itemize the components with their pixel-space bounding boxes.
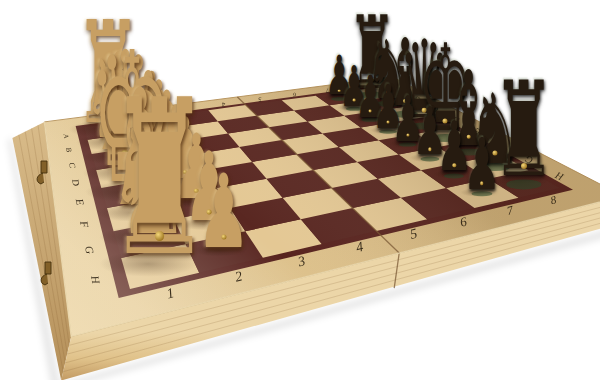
- chess-board: 1122334455667788HHGGFFEEDDCCBBAA: [0, 0, 600, 380]
- photo-of-wooden-chess-set: 1122334455667788HHGGFFEEDDCCBBAA ♜♟♟♜♞♟♟…: [0, 0, 600, 380]
